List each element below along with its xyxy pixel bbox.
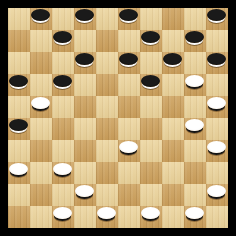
black-man[interactable]	[185, 31, 204, 43]
light-square	[118, 206, 140, 228]
light-square	[30, 74, 52, 96]
white-man[interactable]	[185, 207, 204, 219]
square-10[interactable]	[184, 30, 206, 52]
white-man[interactable]	[53, 163, 72, 175]
light-square	[74, 30, 96, 52]
square-40[interactable]	[184, 162, 206, 184]
white-man[interactable]	[207, 141, 226, 153]
square-27[interactable]	[52, 118, 74, 140]
white-man[interactable]	[141, 207, 160, 219]
light-square	[184, 140, 206, 162]
square-32[interactable]	[74, 140, 96, 162]
square-12[interactable]	[74, 52, 96, 74]
light-square	[206, 118, 228, 140]
square-24[interactable]	[162, 96, 184, 118]
square-29[interactable]	[140, 118, 162, 140]
light-square	[162, 162, 184, 184]
light-square	[8, 184, 30, 206]
square-34[interactable]	[162, 140, 184, 162]
checkers-board-frame	[0, 0, 236, 236]
square-28[interactable]	[96, 118, 118, 140]
light-square	[74, 118, 96, 140]
light-square	[74, 206, 96, 228]
white-man[interactable]	[185, 75, 204, 87]
square-46[interactable]	[8, 206, 30, 228]
light-square	[30, 30, 52, 52]
light-square	[184, 8, 206, 30]
light-square	[8, 52, 30, 74]
light-square	[8, 96, 30, 118]
light-square	[118, 118, 140, 140]
square-41[interactable]	[30, 184, 52, 206]
black-man[interactable]	[75, 9, 94, 21]
black-man[interactable]	[141, 31, 160, 43]
white-man[interactable]	[119, 141, 138, 153]
light-square	[52, 96, 74, 118]
light-square	[30, 118, 52, 140]
square-18[interactable]	[96, 74, 118, 96]
black-man[interactable]	[207, 9, 226, 21]
square-45[interactable]	[206, 184, 228, 206]
square-6[interactable]	[8, 30, 30, 52]
square-2[interactable]	[74, 8, 96, 30]
square-14[interactable]	[162, 52, 184, 74]
light-square	[206, 206, 228, 228]
square-39[interactable]	[140, 162, 162, 184]
black-man[interactable]	[9, 75, 28, 87]
white-man[interactable]	[9, 163, 28, 175]
square-37[interactable]	[52, 162, 74, 184]
light-square	[96, 184, 118, 206]
white-man[interactable]	[53, 207, 72, 219]
light-square	[8, 140, 30, 162]
white-man[interactable]	[185, 119, 204, 131]
light-square	[162, 118, 184, 140]
light-square	[184, 52, 206, 74]
square-3[interactable]	[118, 8, 140, 30]
square-17[interactable]	[52, 74, 74, 96]
square-23[interactable]	[118, 96, 140, 118]
light-square	[206, 30, 228, 52]
square-43[interactable]	[118, 184, 140, 206]
checkers-board	[8, 8, 228, 228]
black-man[interactable]	[119, 9, 138, 21]
light-square	[140, 140, 162, 162]
square-1[interactable]	[30, 8, 52, 30]
square-30[interactable]	[184, 118, 206, 140]
white-man[interactable]	[207, 185, 226, 197]
white-man[interactable]	[97, 207, 116, 219]
light-square	[140, 96, 162, 118]
square-21[interactable]	[30, 96, 52, 118]
light-square	[96, 140, 118, 162]
square-4[interactable]	[162, 8, 184, 30]
light-square	[52, 8, 74, 30]
light-square	[52, 52, 74, 74]
light-square	[30, 206, 52, 228]
white-man[interactable]	[31, 97, 50, 109]
square-42[interactable]	[74, 184, 96, 206]
light-square	[184, 184, 206, 206]
light-square	[206, 162, 228, 184]
black-man[interactable]	[207, 53, 226, 65]
light-square	[74, 162, 96, 184]
light-square	[206, 74, 228, 96]
square-16[interactable]	[8, 74, 30, 96]
white-man[interactable]	[207, 97, 226, 109]
square-44[interactable]	[162, 184, 184, 206]
square-36[interactable]	[8, 162, 30, 184]
square-11[interactable]	[30, 52, 52, 74]
square-13[interactable]	[118, 52, 140, 74]
square-48[interactable]	[96, 206, 118, 228]
black-man[interactable]	[119, 53, 138, 65]
square-38[interactable]	[96, 162, 118, 184]
black-man[interactable]	[9, 119, 28, 131]
square-5[interactable]	[206, 8, 228, 30]
light-square	[118, 74, 140, 96]
black-man[interactable]	[141, 75, 160, 87]
white-man[interactable]	[75, 185, 94, 197]
light-square	[140, 8, 162, 30]
light-square	[52, 140, 74, 162]
square-31[interactable]	[30, 140, 52, 162]
square-20[interactable]	[184, 74, 206, 96]
light-square	[162, 206, 184, 228]
light-square	[162, 74, 184, 96]
black-man[interactable]	[163, 53, 182, 65]
black-man[interactable]	[31, 9, 50, 21]
square-26[interactable]	[8, 118, 30, 140]
light-square	[118, 162, 140, 184]
light-square	[74, 74, 96, 96]
light-square	[162, 30, 184, 52]
light-square	[140, 52, 162, 74]
square-8[interactable]	[96, 30, 118, 52]
light-square	[30, 162, 52, 184]
square-33[interactable]	[118, 140, 140, 162]
square-9[interactable]	[140, 30, 162, 52]
light-square	[96, 8, 118, 30]
square-19[interactable]	[140, 74, 162, 96]
light-square	[184, 96, 206, 118]
square-25[interactable]	[206, 96, 228, 118]
black-man[interactable]	[75, 53, 94, 65]
black-man[interactable]	[53, 75, 72, 87]
square-35[interactable]	[206, 140, 228, 162]
light-square	[140, 184, 162, 206]
square-15[interactable]	[206, 52, 228, 74]
light-square	[52, 184, 74, 206]
light-square	[8, 8, 30, 30]
square-7[interactable]	[52, 30, 74, 52]
square-50[interactable]	[184, 206, 206, 228]
square-49[interactable]	[140, 206, 162, 228]
light-square	[118, 30, 140, 52]
light-square	[96, 96, 118, 118]
square-22[interactable]	[74, 96, 96, 118]
light-square	[96, 52, 118, 74]
square-47[interactable]	[52, 206, 74, 228]
black-man[interactable]	[53, 31, 72, 43]
